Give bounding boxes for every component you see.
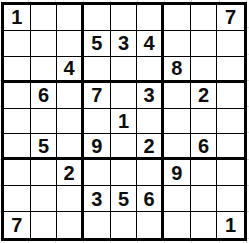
cell-r5c5-given-1[interactable]: 1 bbox=[111, 109, 138, 135]
cell-r6c9-empty[interactable] bbox=[217, 134, 244, 160]
cell-r2c8-empty[interactable] bbox=[191, 31, 218, 57]
cell-r4c5-empty[interactable] bbox=[111, 83, 138, 109]
cell-r3c8-empty[interactable] bbox=[191, 57, 218, 83]
cell-r6c1-empty[interactable] bbox=[4, 134, 31, 160]
cell-r8c2-empty[interactable] bbox=[31, 186, 58, 212]
cell-r4c1-empty[interactable] bbox=[4, 83, 31, 109]
cell-r4c6-given-3[interactable]: 3 bbox=[137, 83, 164, 109]
cell-r7c5-empty[interactable] bbox=[111, 160, 138, 186]
cell-r5c8-empty[interactable] bbox=[191, 109, 218, 135]
cell-r7c4-empty[interactable] bbox=[84, 160, 111, 186]
cell-r1c6-empty[interactable] bbox=[137, 5, 164, 31]
cell-r4c4-given-7[interactable]: 7 bbox=[84, 83, 111, 109]
cell-r4c8-given-2[interactable]: 2 bbox=[191, 83, 218, 109]
sudoku-board: 17534486732159262935671 bbox=[1, 2, 247, 241]
cell-r5c6-empty[interactable] bbox=[137, 109, 164, 135]
cell-r6c4-given-9[interactable]: 9 bbox=[84, 134, 111, 160]
cell-r3c6-empty[interactable] bbox=[137, 57, 164, 83]
cell-r5c3-empty[interactable] bbox=[57, 109, 84, 135]
cell-r6c6-given-2[interactable]: 2 bbox=[137, 134, 164, 160]
cell-r4c2-given-6[interactable]: 6 bbox=[31, 83, 58, 109]
cell-r5c7-empty[interactable] bbox=[164, 109, 191, 135]
cell-r2c1-empty[interactable] bbox=[4, 31, 31, 57]
cell-r4c9-empty[interactable] bbox=[217, 83, 244, 109]
cell-r3c4-empty[interactable] bbox=[84, 57, 111, 83]
cell-r6c7-empty[interactable] bbox=[164, 134, 191, 160]
cell-r5c1-empty[interactable] bbox=[4, 109, 31, 135]
cell-r8c4-given-3[interactable]: 3 bbox=[84, 186, 111, 212]
cell-r7c3-given-2[interactable]: 2 bbox=[57, 160, 84, 186]
cell-r1c8-empty[interactable] bbox=[191, 5, 218, 31]
cell-r8c3-empty[interactable] bbox=[57, 186, 84, 212]
cell-r7c2-empty[interactable] bbox=[31, 160, 58, 186]
cell-r3c9-empty[interactable] bbox=[217, 57, 244, 83]
cell-r8c8-empty[interactable] bbox=[191, 186, 218, 212]
cell-r3c7-given-8[interactable]: 8 bbox=[164, 57, 191, 83]
cell-r1c1-given-1[interactable]: 1 bbox=[4, 5, 31, 31]
cell-r7c9-empty[interactable] bbox=[217, 160, 244, 186]
cell-r3c1-empty[interactable] bbox=[4, 57, 31, 83]
cell-r2c5-given-3[interactable]: 3 bbox=[111, 31, 138, 57]
cell-r9c3-empty[interactable] bbox=[57, 212, 84, 238]
cell-r2c7-empty[interactable] bbox=[164, 31, 191, 57]
cell-r5c4-empty[interactable] bbox=[84, 109, 111, 135]
cell-r9c6-empty[interactable] bbox=[137, 212, 164, 238]
cell-r2c9-empty[interactable] bbox=[217, 31, 244, 57]
cell-r7c8-empty[interactable] bbox=[191, 160, 218, 186]
cell-r7c6-empty[interactable] bbox=[137, 160, 164, 186]
cell-r1c4-empty[interactable] bbox=[84, 5, 111, 31]
cell-r8c6-given-6[interactable]: 6 bbox=[137, 186, 164, 212]
cell-r2c3-empty[interactable] bbox=[57, 31, 84, 57]
cell-r1c5-empty[interactable] bbox=[111, 5, 138, 31]
cell-r7c7-given-9[interactable]: 9 bbox=[164, 160, 191, 186]
cell-r9c8-empty[interactable] bbox=[191, 212, 218, 238]
cell-r8c9-empty[interactable] bbox=[217, 186, 244, 212]
cell-r5c2-empty[interactable] bbox=[31, 109, 58, 135]
cell-r6c3-empty[interactable] bbox=[57, 134, 84, 160]
cell-r8c7-empty[interactable] bbox=[164, 186, 191, 212]
cell-r8c5-given-5[interactable]: 5 bbox=[111, 186, 138, 212]
cell-r9c1-given-7[interactable]: 7 bbox=[4, 212, 31, 238]
cell-r3c5-empty[interactable] bbox=[111, 57, 138, 83]
cell-r2c6-given-4[interactable]: 4 bbox=[137, 31, 164, 57]
cell-r6c8-given-6[interactable]: 6 bbox=[191, 134, 218, 160]
cell-r4c7-empty[interactable] bbox=[164, 83, 191, 109]
cell-r9c4-empty[interactable] bbox=[84, 212, 111, 238]
cell-r3c2-empty[interactable] bbox=[31, 57, 58, 83]
cell-r8c1-empty[interactable] bbox=[4, 186, 31, 212]
cell-r1c7-empty[interactable] bbox=[164, 5, 191, 31]
cell-r1c9-given-7[interactable]: 7 bbox=[217, 5, 244, 31]
cell-r1c3-empty[interactable] bbox=[57, 5, 84, 31]
cell-r3c3-given-4[interactable]: 4 bbox=[57, 57, 84, 83]
cell-r7c1-empty[interactable] bbox=[4, 160, 31, 186]
cell-r9c9-given-1[interactable]: 1 bbox=[217, 212, 244, 238]
cell-r6c2-given-5[interactable]: 5 bbox=[31, 134, 58, 160]
page-background: 17534486732159262935671 bbox=[0, 0, 249, 243]
cell-r6c5-empty[interactable] bbox=[111, 134, 138, 160]
cell-r9c5-empty[interactable] bbox=[111, 212, 138, 238]
cell-r2c2-empty[interactable] bbox=[31, 31, 58, 57]
cell-r5c9-empty[interactable] bbox=[217, 109, 244, 135]
cell-r4c3-empty[interactable] bbox=[57, 83, 84, 109]
cell-r1c2-empty[interactable] bbox=[31, 5, 58, 31]
cell-r9c2-empty[interactable] bbox=[31, 212, 58, 238]
cell-r2c4-given-5[interactable]: 5 bbox=[84, 31, 111, 57]
cell-r9c7-empty[interactable] bbox=[164, 212, 191, 238]
